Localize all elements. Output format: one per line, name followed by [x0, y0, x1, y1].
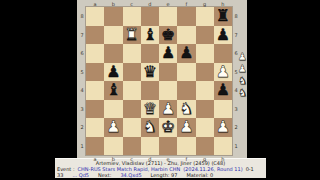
square-g1[interactable] [196, 137, 214, 156]
file-label-top-e: e [159, 1, 177, 7]
file-label-top-g: g [196, 1, 214, 7]
white-pawn-piece: ♟ [179, 119, 193, 135]
square-g2[interactable] [196, 118, 214, 137]
square-f2[interactable]: ♟ [177, 118, 195, 137]
square-b3[interactable] [104, 100, 122, 119]
square-h8[interactable]: ♜ [214, 7, 232, 26]
video-frame: ♜♜♝♚♟♟♟♟♛♟♝♟♛♟♞♟♞♚♟♟ ♟♟♞♞ Artemiev, Vlad… [0, 0, 320, 180]
square-a4[interactable] [86, 81, 104, 100]
file-label-top-d: d [141, 1, 159, 7]
square-c3[interactable] [123, 100, 141, 119]
square-d6[interactable] [141, 44, 159, 63]
file-label-top-c: c [123, 1, 141, 7]
square-c6[interactable] [123, 44, 141, 63]
square-a2[interactable] [86, 118, 104, 137]
square-c4[interactable] [123, 81, 141, 100]
square-b4[interactable]: ♝ [104, 81, 122, 100]
file-label-bottom-a: a [86, 156, 104, 162]
black-pawn-piece: ♟ [216, 27, 230, 43]
file-label-top-h: h [214, 1, 232, 7]
move-number: 33 [57, 172, 63, 178]
square-e2[interactable]: ♚ [159, 118, 177, 137]
square-f7[interactable] [177, 26, 195, 45]
white-pawn-piece: ♟ [161, 101, 175, 117]
square-c8[interactable] [123, 7, 141, 26]
square-g6[interactable] [196, 44, 214, 63]
square-h7[interactable]: ♟ [214, 26, 232, 45]
white-pawn-piece: ♟ [216, 64, 230, 80]
rank-label-right-1: 1 [233, 137, 240, 156]
chess-board: ♜♜♝♚♟♟♟♟♛♟♝♟♛♟♞♟♞♚♟♟ [86, 7, 232, 155]
rank-label-right-2: 2 [233, 118, 240, 137]
black-rook-piece: ♜ [216, 8, 230, 24]
rank-label-left-4: 4 [79, 81, 86, 100]
file-label-bottom-d: d [141, 156, 159, 162]
rank-label-right-4: 4 [233, 81, 240, 100]
square-g5[interactable] [196, 63, 214, 82]
game-result: 0-1 [246, 166, 254, 172]
square-f6[interactable]: ♟ [177, 44, 195, 63]
black-pawn-piece: ♟ [161, 45, 175, 61]
square-h5[interactable]: ♟ [214, 63, 232, 82]
square-b8[interactable] [104, 7, 122, 26]
file-label-top-b: b [104, 1, 122, 7]
square-a3[interactable] [86, 100, 104, 119]
rank-label-right-6: 6 [233, 44, 240, 63]
square-d1[interactable] [141, 137, 159, 156]
rank-label-left-6: 6 [79, 44, 86, 63]
square-a8[interactable] [86, 7, 104, 26]
rank-label-left-1: 1 [79, 137, 86, 156]
rank-label-right-7: 7 [233, 26, 240, 45]
moves-line: 33... Qd5Next:34.Qxd5Length: 97Material:… [57, 172, 264, 178]
white-pawn-piece: ♟ [216, 119, 230, 135]
black-queen-piece: ♛ [143, 64, 157, 80]
last-move: ... Qd5 [72, 172, 89, 178]
square-h2[interactable]: ♟ [214, 118, 232, 137]
square-h1[interactable] [214, 137, 232, 156]
square-h6[interactable] [214, 44, 232, 63]
file-label-bottom-h: h [214, 156, 232, 162]
square-e7[interactable]: ♚ [159, 26, 177, 45]
square-f4[interactable] [177, 81, 195, 100]
file-label-top-a: a [86, 1, 104, 7]
square-g4[interactable] [196, 81, 214, 100]
square-f8[interactable] [177, 7, 195, 26]
square-c5[interactable] [123, 63, 141, 82]
rank-label-right-5: 5 [233, 63, 240, 82]
file-label-bottom-c: c [123, 156, 141, 162]
square-a7[interactable] [86, 26, 104, 45]
square-e3[interactable]: ♟ [159, 100, 177, 119]
square-b5[interactable]: ♟ [104, 63, 122, 82]
rank-label-left-2: 2 [79, 118, 86, 137]
square-d3[interactable]: ♛ [141, 100, 159, 119]
square-f5[interactable] [177, 63, 195, 82]
length-value: Length: 97 [151, 172, 178, 178]
square-e5[interactable] [159, 63, 177, 82]
file-label-bottom-g: g [196, 156, 214, 162]
rank-label-left-5: 5 [79, 63, 86, 82]
material-value: Material: 0 [186, 172, 213, 178]
square-c7[interactable]: ♜ [123, 26, 141, 45]
white-pawn-piece: ♟ [106, 119, 120, 135]
black-bishop-piece: ♝ [106, 82, 120, 98]
file-label-bottom-b: b [104, 156, 122, 162]
square-f1[interactable] [177, 137, 195, 156]
square-g3[interactable] [196, 100, 214, 119]
file-label-top-f: f [177, 1, 195, 7]
white-knight-piece: ♞ [179, 101, 193, 117]
next-move: 34.Qxd5 [120, 172, 141, 178]
black-pawn-piece: ♟ [106, 64, 120, 80]
square-d7[interactable]: ♝ [141, 26, 159, 45]
square-a6[interactable] [86, 44, 104, 63]
file-label-bottom-e: e [159, 156, 177, 162]
square-c1[interactable] [123, 137, 141, 156]
square-e4[interactable] [159, 81, 177, 100]
square-d5[interactable]: ♛ [141, 63, 159, 82]
black-king-piece: ♚ [161, 27, 175, 43]
next-label: Next: [98, 172, 111, 178]
square-d4[interactable] [141, 81, 159, 100]
rank-label-left-3: 3 [79, 100, 86, 119]
rank-label-left-8: 8 [79, 7, 86, 26]
black-pawn-piece: ♟ [179, 45, 193, 61]
square-h3[interactable] [214, 100, 232, 119]
square-b7[interactable] [104, 26, 122, 45]
square-h4[interactable]: ♟ [214, 81, 232, 100]
square-b1[interactable] [104, 137, 122, 156]
rank-label-left-7: 7 [79, 26, 86, 45]
square-c2[interactable] [123, 118, 141, 137]
square-b2[interactable]: ♟ [104, 118, 122, 137]
rank-label-right-3: 3 [233, 100, 240, 119]
square-g7[interactable] [196, 26, 214, 45]
square-a5[interactable] [86, 63, 104, 82]
square-b6[interactable] [104, 44, 122, 63]
square-g8[interactable] [196, 7, 214, 26]
square-d2[interactable]: ♞ [141, 118, 159, 137]
white-queen-piece: ♛ [143, 101, 157, 117]
square-e6[interactable]: ♟ [159, 44, 177, 63]
rank-label-right-8: 8 [233, 7, 240, 26]
file-label-bottom-f: f [177, 156, 195, 162]
black-bishop-piece: ♝ [143, 27, 157, 43]
square-f3[interactable]: ♞ [177, 100, 195, 119]
square-a1[interactable] [86, 137, 104, 156]
square-d8[interactable] [141, 7, 159, 26]
white-rook-piece: ♜ [124, 27, 138, 43]
square-e1[interactable] [159, 137, 177, 156]
square-e8[interactable] [159, 7, 177, 26]
white-knight-piece: ♞ [143, 119, 157, 135]
black-pawn-piece: ♟ [216, 82, 230, 98]
white-king-piece: ♚ [161, 119, 175, 135]
